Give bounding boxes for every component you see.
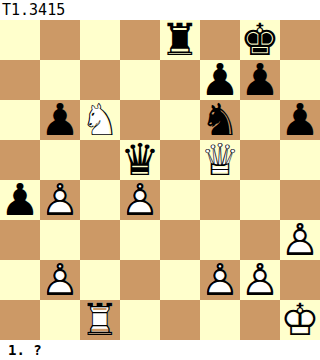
square-d3[interactable] bbox=[120, 220, 160, 260]
piece-white-king-h1[interactable]: ♚♔ bbox=[280, 300, 320, 340]
square-a6[interactable] bbox=[0, 100, 40, 140]
square-b6[interactable]: ♟ bbox=[40, 100, 80, 140]
square-c8[interactable] bbox=[80, 20, 120, 60]
square-a2[interactable] bbox=[0, 260, 40, 300]
puzzle-title: T1.3415 bbox=[2, 1, 65, 19]
square-b8[interactable] bbox=[40, 20, 80, 60]
black-pawn-icon: ♟ bbox=[240, 60, 280, 100]
square-h6[interactable]: ♟ bbox=[280, 100, 320, 140]
square-a3[interactable] bbox=[0, 220, 40, 260]
square-g1[interactable] bbox=[240, 300, 280, 340]
square-c6[interactable]: ♞♘ bbox=[80, 100, 120, 140]
square-b2[interactable]: ♟♙ bbox=[40, 260, 80, 300]
square-e7[interactable] bbox=[160, 60, 200, 100]
chess-board: ♜♚♟♟♟♞♘♞♟♛♛♕♟♟♙♟♙♟♙♟♙♟♙♟♙♜♖♚♔ bbox=[0, 20, 320, 340]
piece-black-pawn-a4[interactable]: ♟ bbox=[0, 180, 40, 220]
black-rook-icon: ♜ bbox=[160, 20, 200, 60]
piece-white-knight-c6[interactable]: ♞♘ bbox=[80, 100, 120, 140]
square-e1[interactable] bbox=[160, 300, 200, 340]
square-c1[interactable]: ♜♖ bbox=[80, 300, 120, 340]
white-pawn-icon: ♙ bbox=[280, 220, 320, 260]
square-f4[interactable] bbox=[200, 180, 240, 220]
white-queen-icon: ♕ bbox=[200, 140, 240, 180]
square-h3[interactable]: ♟♙ bbox=[280, 220, 320, 260]
piece-black-pawn-g7[interactable]: ♟ bbox=[240, 60, 280, 100]
piece-white-pawn-b4[interactable]: ♟♙ bbox=[40, 180, 80, 220]
square-e5[interactable] bbox=[160, 140, 200, 180]
square-g7[interactable]: ♟ bbox=[240, 60, 280, 100]
square-e8[interactable]: ♜ bbox=[160, 20, 200, 60]
black-pawn-icon: ♟ bbox=[40, 100, 80, 140]
square-h8[interactable] bbox=[280, 20, 320, 60]
square-a4[interactable]: ♟ bbox=[0, 180, 40, 220]
white-pawn-icon: ♙ bbox=[240, 260, 280, 300]
square-g6[interactable] bbox=[240, 100, 280, 140]
square-g2[interactable]: ♟♙ bbox=[240, 260, 280, 300]
square-c5[interactable] bbox=[80, 140, 120, 180]
piece-black-rook-e8[interactable]: ♜ bbox=[160, 20, 200, 60]
square-e6[interactable] bbox=[160, 100, 200, 140]
white-pawn-icon: ♙ bbox=[200, 260, 240, 300]
square-h5[interactable] bbox=[280, 140, 320, 180]
square-e3[interactable] bbox=[160, 220, 200, 260]
footer: 1. ? bbox=[0, 340, 320, 360]
piece-white-pawn-f2[interactable]: ♟♙ bbox=[200, 260, 240, 300]
white-knight-icon: ♘ bbox=[80, 100, 120, 140]
square-c3[interactable] bbox=[80, 220, 120, 260]
square-d1[interactable] bbox=[120, 300, 160, 340]
square-a1[interactable] bbox=[0, 300, 40, 340]
piece-white-pawn-b2[interactable]: ♟♙ bbox=[40, 260, 80, 300]
black-pawn-icon: ♟ bbox=[0, 180, 40, 220]
square-d2[interactable] bbox=[120, 260, 160, 300]
move-prompt: 1. ? bbox=[8, 342, 42, 358]
piece-white-pawn-h3[interactable]: ♟♙ bbox=[280, 220, 320, 260]
piece-white-pawn-g2[interactable]: ♟♙ bbox=[240, 260, 280, 300]
square-f1[interactable] bbox=[200, 300, 240, 340]
square-e4[interactable] bbox=[160, 180, 200, 220]
square-d8[interactable] bbox=[120, 20, 160, 60]
square-a8[interactable] bbox=[0, 20, 40, 60]
black-pawn-icon: ♟ bbox=[280, 100, 320, 140]
square-d7[interactable] bbox=[120, 60, 160, 100]
piece-white-queen-f5[interactable]: ♛♕ bbox=[200, 140, 240, 180]
square-e2[interactable] bbox=[160, 260, 200, 300]
square-d4[interactable]: ♟♙ bbox=[120, 180, 160, 220]
piece-white-rook-c1[interactable]: ♜♖ bbox=[80, 300, 120, 340]
square-c4[interactable] bbox=[80, 180, 120, 220]
piece-black-pawn-h6[interactable]: ♟ bbox=[280, 100, 320, 140]
square-h1[interactable]: ♚♔ bbox=[280, 300, 320, 340]
white-pawn-icon: ♙ bbox=[120, 180, 160, 220]
square-b1[interactable] bbox=[40, 300, 80, 340]
square-a7[interactable] bbox=[0, 60, 40, 100]
square-g4[interactable] bbox=[240, 180, 280, 220]
white-rook-icon: ♖ bbox=[80, 300, 120, 340]
square-b4[interactable]: ♟♙ bbox=[40, 180, 80, 220]
square-g5[interactable] bbox=[240, 140, 280, 180]
white-king-icon: ♔ bbox=[280, 300, 320, 340]
square-f2[interactable]: ♟♙ bbox=[200, 260, 240, 300]
white-pawn-icon: ♙ bbox=[40, 180, 80, 220]
square-f5[interactable]: ♛♕ bbox=[200, 140, 240, 180]
white-pawn-icon: ♙ bbox=[40, 260, 80, 300]
piece-white-pawn-d4[interactable]: ♟♙ bbox=[120, 180, 160, 220]
piece-black-pawn-b6[interactable]: ♟ bbox=[40, 100, 80, 140]
